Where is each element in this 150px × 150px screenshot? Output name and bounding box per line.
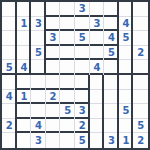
cell-r6c6[interactable] xyxy=(75,75,90,90)
given-digit: 2 xyxy=(6,121,13,131)
given-digit: 5 xyxy=(6,63,13,73)
cell-r8c6[interactable]: 3 xyxy=(75,104,90,119)
cell-r1c2[interactable] xyxy=(17,2,32,17)
given-digit: 5 xyxy=(123,33,130,43)
cell-r3c10[interactable] xyxy=(133,31,148,46)
cell-r6c8[interactable] xyxy=(104,75,119,90)
given-digit: 5 xyxy=(137,121,144,131)
cell-r7c4[interactable]: 2 xyxy=(46,90,61,105)
cell-r1c9[interactable] xyxy=(119,2,134,17)
cell-r7c5[interactable] xyxy=(60,90,75,105)
cell-r5c9[interactable] xyxy=(119,60,134,75)
given-digit: 2 xyxy=(50,92,57,102)
cell-r9c10[interactable]: 5 xyxy=(133,119,148,134)
cell-r2c5[interactable] xyxy=(60,17,75,32)
cell-r2c4[interactable] xyxy=(46,17,61,32)
cell-r3c2[interactable] xyxy=(17,31,32,46)
cell-r5c5[interactable] xyxy=(60,60,75,75)
cell-r8c8[interactable] xyxy=(104,104,119,119)
given-digit: 2 xyxy=(137,48,144,58)
cell-r9c9[interactable] xyxy=(119,119,134,134)
cell-r7c6[interactable] xyxy=(75,90,90,105)
cell-r3c3[interactable] xyxy=(31,31,46,46)
cell-r8c9[interactable]: 5 xyxy=(119,104,134,119)
given-digit: 5 xyxy=(79,33,86,43)
given-digit: 5 xyxy=(35,48,42,58)
cell-r2c9[interactable]: 4 xyxy=(119,17,134,32)
cell-r7c7[interactable] xyxy=(90,90,105,105)
cell-r4c6[interactable] xyxy=(75,46,90,61)
given-digit: 3 xyxy=(35,136,42,146)
cell-r10c4[interactable] xyxy=(46,133,61,148)
cell-r3c6[interactable]: 5 xyxy=(75,31,90,46)
cell-r4c9[interactable] xyxy=(119,46,134,61)
cell-r4c8[interactable]: 5 xyxy=(104,46,119,61)
given-digit: 4 xyxy=(20,63,27,73)
cell-r3c5[interactable] xyxy=(60,31,75,46)
cell-r3c8[interactable]: 4 xyxy=(104,31,119,46)
cell-r5c10[interactable] xyxy=(133,60,148,75)
cell-r4c5[interactable] xyxy=(60,46,75,61)
given-digit: 3 xyxy=(79,106,86,116)
cell-r6c3[interactable] xyxy=(31,75,46,90)
cell-r6c7[interactable] xyxy=(90,75,105,90)
given-digit: 4 xyxy=(35,121,42,131)
cell-r7c2[interactable]: 1 xyxy=(17,90,32,105)
cell-r9c7[interactable] xyxy=(90,119,105,134)
cell-r4c1[interactable] xyxy=(2,46,17,61)
given-digit: 5 xyxy=(108,48,115,58)
cell-r5c7[interactable]: 4 xyxy=(90,60,105,75)
cell-r6c5[interactable] xyxy=(60,75,75,90)
cell-r10c2[interactable] xyxy=(17,133,32,148)
cell-r7c10[interactable] xyxy=(133,90,148,105)
puzzle-board: 313343545552544412535242535312 xyxy=(0,0,150,150)
cell-r5c1[interactable]: 5 xyxy=(2,60,17,75)
cell-r8c10[interactable] xyxy=(133,104,148,119)
cell-r2c6[interactable] xyxy=(75,17,90,32)
cell-r10c3[interactable]: 3 xyxy=(31,133,46,148)
cell-r1c10[interactable] xyxy=(133,2,148,17)
cell-r3c7[interactable] xyxy=(90,31,105,46)
cell-r10c9[interactable]: 1 xyxy=(119,133,134,148)
cell-r8c5[interactable]: 5 xyxy=(60,104,75,119)
given-digit: 5 xyxy=(64,106,71,116)
given-digit: 3 xyxy=(93,19,100,29)
given-digit: 1 xyxy=(20,19,27,29)
cell-r4c7[interactable] xyxy=(90,46,105,61)
given-digit: 4 xyxy=(108,33,115,43)
cell-r9c6[interactable]: 2 xyxy=(75,119,90,134)
cell-r2c3[interactable]: 3 xyxy=(31,17,46,32)
given-digit: 2 xyxy=(79,121,86,131)
cell-r10c7[interactable] xyxy=(90,133,105,148)
given-digit: 3 xyxy=(35,19,42,29)
cell-r5c6[interactable] xyxy=(75,60,90,75)
given-digit: 4 xyxy=(93,63,100,73)
cell-r6c10[interactable] xyxy=(133,75,148,90)
cell-r5c4[interactable] xyxy=(46,60,61,75)
given-digit: 5 xyxy=(123,106,130,116)
cell-r10c8[interactable]: 3 xyxy=(104,133,119,148)
cell-r4c2[interactable] xyxy=(17,46,32,61)
cell-r9c5[interactable] xyxy=(60,119,75,134)
cell-r9c2[interactable] xyxy=(17,119,32,134)
cell-r8c4[interactable] xyxy=(46,104,61,119)
cell-r1c7[interactable] xyxy=(90,2,105,17)
given-digit: 1 xyxy=(123,136,130,146)
cell-r8c2[interactable] xyxy=(17,104,32,119)
cell-r10c1[interactable] xyxy=(2,133,17,148)
cell-r6c9[interactable] xyxy=(119,75,134,90)
given-digit: 3 xyxy=(79,4,86,14)
cell-r9c1[interactable]: 2 xyxy=(2,119,17,134)
cell-r4c4[interactable] xyxy=(46,46,61,61)
cell-r4c10[interactable]: 2 xyxy=(133,46,148,61)
cell-r9c3[interactable]: 4 xyxy=(31,119,46,134)
given-digit: 2 xyxy=(137,136,144,146)
given-digit: 4 xyxy=(123,19,130,29)
given-digit: 3 xyxy=(108,136,115,146)
cell-r10c5[interactable] xyxy=(60,133,75,148)
cell-r8c7[interactable] xyxy=(90,104,105,119)
cell-r6c2[interactable] xyxy=(17,75,32,90)
cell-r5c8[interactable] xyxy=(104,60,119,75)
given-digit: 4 xyxy=(6,92,13,102)
cell-r2c10[interactable] xyxy=(133,17,148,32)
cell-r3c1[interactable] xyxy=(2,31,17,46)
cell-r3c9[interactable]: 5 xyxy=(119,31,134,46)
given-digit: 5 xyxy=(79,136,86,146)
cell-r1c1[interactable] xyxy=(2,2,17,17)
cell-r8c1[interactable] xyxy=(2,104,17,119)
given-digit: 1 xyxy=(20,92,27,102)
given-digit: 3 xyxy=(50,33,57,43)
cell-r1c3[interactable] xyxy=(31,2,46,17)
cell-r5c3[interactable] xyxy=(31,60,46,75)
cell-r7c9[interactable] xyxy=(119,90,134,105)
cell-r2c7[interactable]: 3 xyxy=(90,17,105,32)
cell-r1c4[interactable] xyxy=(46,2,61,17)
cell-r5c2[interactable]: 4 xyxy=(17,60,32,75)
cell-r4c3[interactable]: 5 xyxy=(31,46,46,61)
cell-r7c1[interactable]: 4 xyxy=(2,90,17,105)
cell-r10c10[interactable]: 2 xyxy=(133,133,148,148)
cell-r3c4[interactable]: 3 xyxy=(46,31,61,46)
cell-r2c2[interactable]: 1 xyxy=(17,17,32,32)
cell-r10c6[interactable]: 5 xyxy=(75,133,90,148)
cell-r6c1[interactable] xyxy=(2,75,17,90)
cell-r7c8[interactable] xyxy=(104,90,119,105)
cell-r8c3[interactable] xyxy=(31,104,46,119)
cell-r7c3[interactable] xyxy=(31,90,46,105)
cell-r9c4[interactable] xyxy=(46,119,61,134)
cell-r1c6[interactable]: 3 xyxy=(75,2,90,17)
cell-r2c1[interactable] xyxy=(2,17,17,32)
cell-r2c8[interactable] xyxy=(104,17,119,32)
cell-r6c4[interactable] xyxy=(46,75,61,90)
cell-r9c8[interactable] xyxy=(104,119,119,134)
cell-r1c5[interactable] xyxy=(60,2,75,17)
cell-r1c8[interactable] xyxy=(104,2,119,17)
